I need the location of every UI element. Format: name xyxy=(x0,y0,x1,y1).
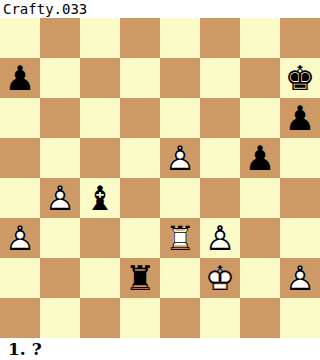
square-b7[interactable] xyxy=(40,58,80,98)
square-d7[interactable] xyxy=(120,58,160,98)
white-pawn: ♙ xyxy=(160,138,200,178)
square-f2[interactable]: ♚♔ xyxy=(200,258,240,298)
square-b4[interactable]: ♟♙ xyxy=(40,178,80,218)
square-e5[interactable]: ♟♙ xyxy=(160,138,200,178)
square-a3[interactable]: ♟♙ xyxy=(0,218,40,258)
square-a8[interactable] xyxy=(0,18,40,58)
window-title: Crafty.033 xyxy=(0,0,320,18)
square-b2[interactable] xyxy=(40,258,80,298)
square-h1[interactable] xyxy=(280,298,320,338)
black-pawn: ♟ xyxy=(280,98,320,138)
square-e3[interactable]: ♜♖ xyxy=(160,218,200,258)
square-e7[interactable] xyxy=(160,58,200,98)
square-e6[interactable] xyxy=(160,98,200,138)
square-e4[interactable] xyxy=(160,178,200,218)
square-b1[interactable] xyxy=(40,298,80,338)
square-g2[interactable] xyxy=(240,258,280,298)
square-b5[interactable] xyxy=(40,138,80,178)
square-c6[interactable] xyxy=(80,98,120,138)
square-c7[interactable] xyxy=(80,58,120,98)
black-pawn: ♟ xyxy=(0,58,40,98)
square-g4[interactable] xyxy=(240,178,280,218)
square-d4[interactable] xyxy=(120,178,160,218)
square-h5[interactable] xyxy=(280,138,320,178)
square-h4[interactable] xyxy=(280,178,320,218)
square-g8[interactable] xyxy=(240,18,280,58)
square-h6[interactable]: ♟ xyxy=(280,98,320,138)
black-bishop: ♝ xyxy=(80,178,120,218)
square-a2[interactable] xyxy=(0,258,40,298)
square-a6[interactable] xyxy=(0,98,40,138)
square-d8[interactable] xyxy=(120,18,160,58)
square-h7[interactable]: ♚ xyxy=(280,58,320,98)
square-c3[interactable] xyxy=(80,218,120,258)
square-g1[interactable] xyxy=(240,298,280,338)
black-king: ♚ xyxy=(280,58,320,98)
square-e1[interactable] xyxy=(160,298,200,338)
square-c1[interactable] xyxy=(80,298,120,338)
square-e8[interactable] xyxy=(160,18,200,58)
square-d1[interactable] xyxy=(120,298,160,338)
square-d5[interactable] xyxy=(120,138,160,178)
square-f4[interactable] xyxy=(200,178,240,218)
white-pawn: ♙ xyxy=(0,218,40,258)
square-h3[interactable] xyxy=(280,218,320,258)
square-c5[interactable] xyxy=(80,138,120,178)
white-pawn: ♙ xyxy=(40,178,80,218)
black-rook: ♜ xyxy=(120,258,160,298)
square-f8[interactable] xyxy=(200,18,240,58)
black-pawn: ♟ xyxy=(240,138,280,178)
square-g6[interactable] xyxy=(240,98,280,138)
square-b3[interactable] xyxy=(40,218,80,258)
square-a5[interactable] xyxy=(0,138,40,178)
square-d2[interactable]: ♜ xyxy=(120,258,160,298)
square-a4[interactable] xyxy=(0,178,40,218)
square-g5[interactable]: ♟ xyxy=(240,138,280,178)
square-c8[interactable] xyxy=(80,18,120,58)
square-c4[interactable]: ♝ xyxy=(80,178,120,218)
square-b8[interactable] xyxy=(40,18,80,58)
square-e2[interactable] xyxy=(160,258,200,298)
crafty-window: Crafty.033 ♟♚♟♟♙♟♟♙♝♟♙♜♖♟♙♜♚♔♟♙ 1. ? xyxy=(0,0,320,360)
square-d6[interactable] xyxy=(120,98,160,138)
square-a7[interactable]: ♟ xyxy=(0,58,40,98)
square-f6[interactable] xyxy=(200,98,240,138)
square-h8[interactable] xyxy=(280,18,320,58)
square-f3[interactable]: ♟♙ xyxy=(200,218,240,258)
chess-board: ♟♚♟♟♙♟♟♙♝♟♙♜♖♟♙♜♚♔♟♙ xyxy=(0,18,320,338)
white-rook: ♖ xyxy=(160,218,200,258)
square-g7[interactable] xyxy=(240,58,280,98)
square-a1[interactable] xyxy=(0,298,40,338)
square-c2[interactable] xyxy=(80,258,120,298)
white-pawn: ♙ xyxy=(280,258,320,298)
square-f1[interactable] xyxy=(200,298,240,338)
square-h2[interactable]: ♟♙ xyxy=(280,258,320,298)
square-f7[interactable] xyxy=(200,58,240,98)
square-g3[interactable] xyxy=(240,218,280,258)
square-b6[interactable] xyxy=(40,98,80,138)
move-prompt: 1. ? xyxy=(0,338,320,360)
white-pawn: ♙ xyxy=(200,218,240,258)
white-king: ♔ xyxy=(200,258,240,298)
square-f5[interactable] xyxy=(200,138,240,178)
square-d3[interactable] xyxy=(120,218,160,258)
